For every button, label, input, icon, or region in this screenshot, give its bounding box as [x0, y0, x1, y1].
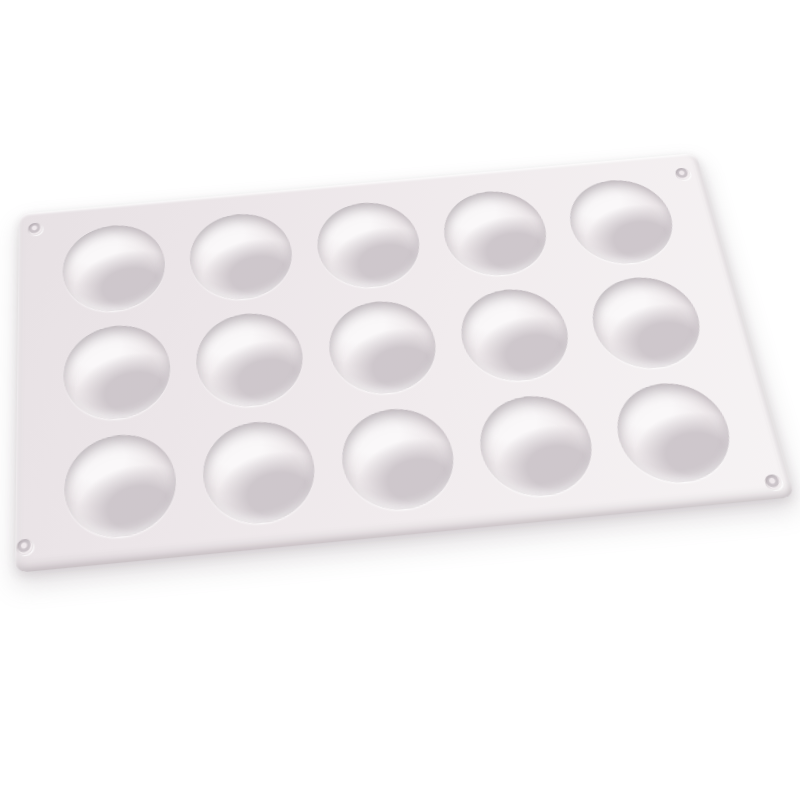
mold-cavity — [337, 404, 461, 514]
mold-cavity — [583, 273, 710, 373]
mold-cavity — [194, 309, 308, 411]
mold-tray — [15, 153, 795, 573]
mold-cavity — [200, 417, 319, 528]
mold-cavity — [437, 187, 554, 279]
mold-cavity — [313, 199, 426, 292]
mold-cavity — [472, 391, 601, 501]
cavity-grid — [62, 176, 741, 542]
mold-cavity — [324, 297, 442, 398]
mold-cavity — [62, 221, 167, 316]
corner-hole-bottom-left — [17, 538, 34, 555]
mold-cavity — [454, 285, 576, 385]
product-photo — [0, 0, 800, 800]
corner-hole-top-right — [674, 167, 692, 180]
mold-cavity — [607, 378, 740, 487]
mold-cavity — [63, 430, 178, 542]
corner-hole-top-left — [28, 222, 43, 236]
mold-cavity — [188, 210, 297, 304]
mold-cavity — [561, 176, 682, 268]
mold-cavity — [62, 321, 171, 424]
corner-hole-bottom-right — [763, 474, 784, 491]
